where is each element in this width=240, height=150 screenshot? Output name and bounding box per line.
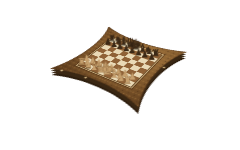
product-photo: ♜♞♝♛♚♝♞♜♟♟♟♟♟♟♟♟♟♟♟♟♟♟♟♟♜♞♝♛♚♝♞♜: [0, 0, 240, 150]
square-g8: ♞: [145, 51, 155, 57]
chess-board: ♜♞♝♛♚♝♞♜♟♟♟♟♟♟♟♟♟♟♟♟♟♟♟♟♜♞♝♛♚♝♞♜: [49, 26, 188, 108]
latch-knob: [162, 66, 166, 68]
